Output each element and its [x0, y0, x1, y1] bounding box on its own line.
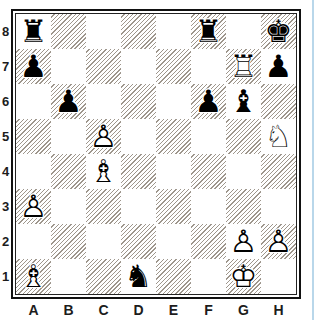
piece-outline-wN-h5: ♘: [261, 119, 296, 154]
square-b1[interactable]: [51, 259, 86, 294]
rank-label-5: 5: [0, 119, 11, 154]
square-g4[interactable]: [226, 154, 261, 189]
square-b7[interactable]: [51, 49, 86, 84]
piece-wB-a1[interactable]: ♝: [16, 259, 51, 294]
piece-outline-wP-h2: ♙: [261, 224, 296, 259]
square-a7[interactable]: ♟: [16, 49, 51, 84]
square-a1[interactable]: ♝♗: [16, 259, 51, 294]
square-b8[interactable]: [51, 14, 86, 49]
square-d1[interactable]: ♞: [121, 259, 156, 294]
square-c8[interactable]: [86, 14, 121, 49]
piece-bN-d1[interactable]: ♞: [121, 259, 156, 294]
square-g8[interactable]: [226, 14, 261, 49]
square-c1[interactable]: [86, 259, 121, 294]
square-e4[interactable]: [156, 154, 191, 189]
piece-outline-wR-g7: ♖: [226, 49, 261, 84]
square-g1[interactable]: ♚♔: [226, 259, 261, 294]
square-b2[interactable]: [51, 224, 86, 259]
square-d3[interactable]: [121, 189, 156, 224]
square-h3[interactable]: [261, 189, 296, 224]
chess-diagram: 87654321 ♜♜♚♟♜♖♟♟♟♝♟♙♞♘♝♗♟♙♟♙♟♙♝♗♞♚♔ ABC…: [0, 0, 314, 320]
board-frame: ♜♜♚♟♜♖♟♟♟♝♟♙♞♘♝♗♟♙♟♙♟♙♝♗♞♚♔: [11, 9, 301, 299]
file-label-h: H: [261, 300, 296, 319]
square-a2[interactable]: [16, 224, 51, 259]
piece-outline-wK-g1: ♔: [226, 259, 261, 294]
rank-label-2: 2: [0, 224, 11, 259]
rank-label-8: 8: [0, 14, 11, 49]
square-f2[interactable]: [191, 224, 226, 259]
square-f7[interactable]: [191, 49, 226, 84]
rank-label-4: 4: [0, 154, 11, 189]
square-b5[interactable]: [51, 119, 86, 154]
rank-label-3: 3: [0, 189, 11, 224]
file-label-d: D: [121, 300, 156, 319]
square-d4[interactable]: [121, 154, 156, 189]
square-h4[interactable]: [261, 154, 296, 189]
piece-wB-c4[interactable]: ♝: [86, 154, 121, 189]
square-a6[interactable]: [16, 84, 51, 119]
square-f1[interactable]: [191, 259, 226, 294]
square-e6[interactable]: [156, 84, 191, 119]
piece-bP-a7[interactable]: ♟: [16, 49, 51, 84]
square-f5[interactable]: [191, 119, 226, 154]
square-d8[interactable]: [121, 14, 156, 49]
file-label-g: G: [226, 300, 261, 319]
square-b3[interactable]: [51, 189, 86, 224]
piece-bB-g6[interactable]: ♝: [226, 84, 261, 119]
square-d6[interactable]: [121, 84, 156, 119]
square-b4[interactable]: [51, 154, 86, 189]
square-b6[interactable]: ♟: [51, 84, 86, 119]
file-label-b: B: [51, 300, 86, 319]
square-g3[interactable]: [226, 189, 261, 224]
square-d2[interactable]: [121, 224, 156, 259]
square-h1[interactable]: [261, 259, 296, 294]
piece-wK-g1[interactable]: ♚: [226, 259, 261, 294]
piece-outline-wP-c5: ♙: [86, 119, 121, 154]
square-h7[interactable]: ♟: [261, 49, 296, 84]
piece-bP-b6[interactable]: ♟: [51, 84, 86, 119]
piece-wR-g7[interactable]: ♜: [226, 49, 261, 84]
file-label-c: C: [86, 300, 121, 319]
square-f8[interactable]: ♜: [191, 14, 226, 49]
square-a8[interactable]: ♜: [16, 14, 51, 49]
square-e5[interactable]: [156, 119, 191, 154]
piece-outline-wB-c4: ♗: [86, 154, 121, 189]
piece-bR-f8[interactable]: ♜: [191, 14, 226, 49]
piece-wP-a3[interactable]: ♟: [16, 189, 51, 224]
piece-bR-a8[interactable]: ♜: [16, 14, 51, 49]
file-label-e: E: [156, 300, 191, 319]
square-g5[interactable]: [226, 119, 261, 154]
piece-bP-h7[interactable]: ♟: [261, 49, 296, 84]
piece-wN-h5[interactable]: ♞: [261, 119, 296, 154]
rank-labels: 87654321: [0, 14, 11, 294]
file-label-a: A: [16, 300, 51, 319]
piece-outline-wP-g2: ♙: [226, 224, 261, 259]
square-d5[interactable]: [121, 119, 156, 154]
rank-label-1: 1: [0, 259, 11, 294]
square-c7[interactable]: [86, 49, 121, 84]
piece-wP-c5[interactable]: ♟: [86, 119, 121, 154]
square-h6[interactable]: [261, 84, 296, 119]
square-e8[interactable]: [156, 14, 191, 49]
square-c3[interactable]: [86, 189, 121, 224]
square-g2[interactable]: ♟♙: [226, 224, 261, 259]
square-g6[interactable]: ♝: [226, 84, 261, 119]
rank-label-7: 7: [0, 49, 11, 84]
board-grid: ♜♜♚♟♜♖♟♟♟♝♟♙♞♘♝♗♟♙♟♙♟♙♝♗♞♚♔: [15, 13, 297, 295]
piece-outline-wP-a3: ♙: [16, 189, 51, 224]
file-labels: ABCDEFGH: [16, 300, 296, 319]
square-c5[interactable]: ♟♙: [86, 119, 121, 154]
square-h2[interactable]: ♟♙: [261, 224, 296, 259]
piece-wP-g2[interactable]: ♟: [226, 224, 261, 259]
square-f6[interactable]: ♟: [191, 84, 226, 119]
piece-bP-f6[interactable]: ♟: [191, 84, 226, 119]
square-c4[interactable]: ♝♗: [86, 154, 121, 189]
piece-wP-h2[interactable]: ♟: [261, 224, 296, 259]
square-e1[interactable]: [156, 259, 191, 294]
square-f3[interactable]: [191, 189, 226, 224]
piece-bK-h8[interactable]: ♚: [261, 14, 296, 49]
square-g7[interactable]: ♜♖: [226, 49, 261, 84]
file-label-f: F: [191, 300, 226, 319]
square-d7[interactable]: [121, 49, 156, 84]
square-e3[interactable]: [156, 189, 191, 224]
square-c2[interactable]: [86, 224, 121, 259]
square-f4[interactable]: [191, 154, 226, 189]
piece-outline-wB-a1: ♗: [16, 259, 51, 294]
square-a3[interactable]: ♟♙: [16, 189, 51, 224]
square-c6[interactable]: [86, 84, 121, 119]
square-h5[interactable]: ♞♘: [261, 119, 296, 154]
square-e2[interactable]: [156, 224, 191, 259]
square-a5[interactable]: [16, 119, 51, 154]
square-e7[interactable]: [156, 49, 191, 84]
square-a4[interactable]: [16, 154, 51, 189]
rank-label-6: 6: [0, 84, 11, 119]
square-h8[interactable]: ♚: [261, 14, 296, 49]
